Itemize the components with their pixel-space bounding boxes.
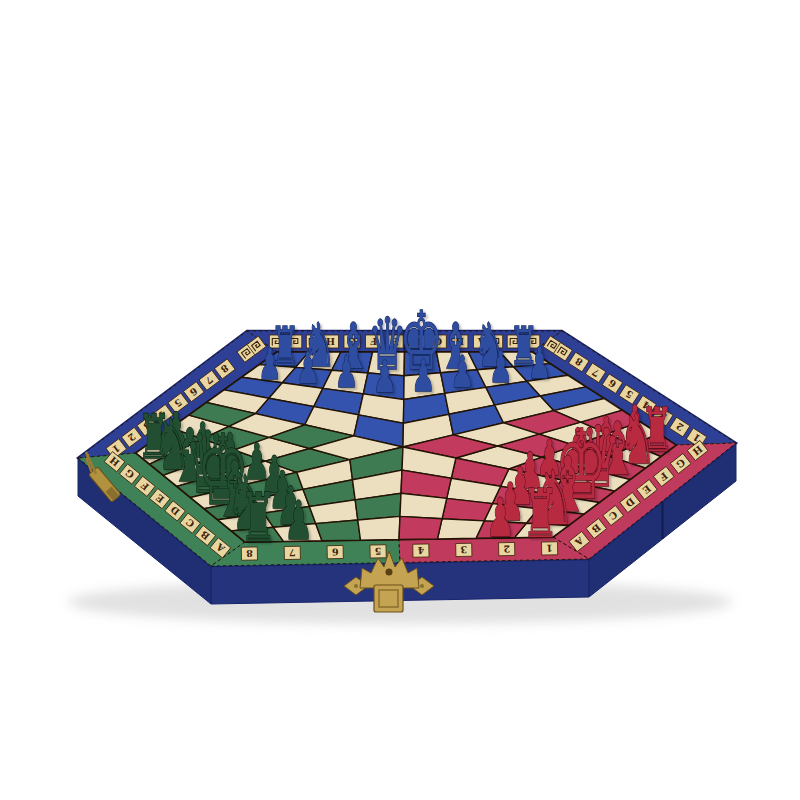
product-photo-scene: HGFEDCBA1234567887654321HGFEDCBAABCDEFGH… — [0, 0, 800, 800]
blue-pawn[interactable]: ♟ — [411, 350, 435, 402]
coordinate-label: 6 — [331, 547, 338, 558]
coordinate-label: 4 — [417, 545, 424, 556]
board-cell-redB-3-2[interactable] — [438, 519, 485, 539]
clasp-rivet — [420, 584, 424, 588]
clasp-rivet — [354, 584, 358, 588]
green-pawn[interactable]: ♟ — [284, 490, 313, 552]
red-rook[interactable]: ♜ — [522, 474, 559, 552]
board-cell-greenB-3-2[interactable] — [316, 520, 361, 541]
three-player-chess-board: HGFEDCBA1234567887654321HGFEDCBAABCDEFGH… — [0, 0, 800, 800]
board-cell-redB-3-3[interactable] — [399, 516, 442, 539]
board-cell-greenB-3-3[interactable] — [358, 516, 400, 540]
board-cell-redB-2-3[interactable] — [400, 493, 447, 518]
blue-pawn[interactable]: ♟ — [528, 338, 552, 388]
blue-pawn[interactable]: ♟ — [296, 343, 320, 393]
blue-pawn[interactable]: ♟ — [334, 346, 358, 398]
label-cell: 6 — [327, 545, 343, 558]
coordinate-label: 5 — [375, 546, 382, 557]
clasp-hole — [386, 569, 393, 576]
green-rook[interactable]: ♜ — [240, 479, 277, 557]
blue-pawn[interactable]: ♟ — [489, 342, 513, 392]
blue-pawn[interactable]: ♟ — [450, 346, 474, 398]
coordinate-label: 3 — [460, 544, 467, 555]
label-cell: 5 — [370, 545, 386, 558]
label-cell: 3 — [456, 543, 472, 556]
red-pawn[interactable]: ♟ — [486, 486, 515, 548]
blue-pawn[interactable]: ♟ — [373, 350, 397, 402]
blue-pawn[interactable]: ♟ — [258, 339, 282, 389]
label-cell: 4 — [413, 544, 429, 557]
